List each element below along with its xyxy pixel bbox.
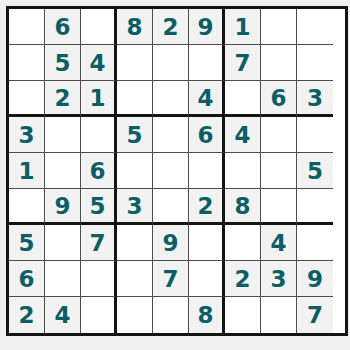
cell-r6c4[interactable]: 3 bbox=[117, 189, 153, 225]
cell-r8c3[interactable] bbox=[81, 261, 117, 297]
cell-r8c7[interactable]: 2 bbox=[225, 261, 261, 297]
cell-r7c4[interactable] bbox=[117, 225, 153, 261]
cell-r7c6[interactable] bbox=[189, 225, 225, 261]
cell-r5c9[interactable]: 5 bbox=[297, 153, 333, 189]
cell-r7c1[interactable]: 5 bbox=[9, 225, 45, 261]
cell-r2c5[interactable] bbox=[153, 45, 189, 81]
cell-r1c4[interactable]: 8 bbox=[117, 9, 153, 45]
cell-r1c5[interactable]: 2 bbox=[153, 9, 189, 45]
cell-r7c2[interactable] bbox=[45, 225, 81, 261]
cell-r6c8[interactable] bbox=[261, 189, 297, 225]
cell-r1c2[interactable]: 6 bbox=[45, 9, 81, 45]
cell-r6c6[interactable]: 2 bbox=[189, 189, 225, 225]
cell-r2c4[interactable] bbox=[117, 45, 153, 81]
cell-r8c4[interactable] bbox=[117, 261, 153, 297]
cell-r4c1[interactable]: 3 bbox=[9, 117, 45, 153]
cell-r2c1[interactable] bbox=[9, 45, 45, 81]
cell-r8c9[interactable]: 9 bbox=[297, 261, 333, 297]
sudoku-page: 68291547214633564165953285794672392487 bbox=[0, 0, 350, 336]
cell-r9c6[interactable]: 8 bbox=[189, 297, 225, 333]
cell-r3c5[interactable] bbox=[153, 81, 189, 117]
cell-r5c2[interactable] bbox=[45, 153, 81, 189]
cell-r9c3[interactable] bbox=[81, 297, 117, 333]
cell-r5c1[interactable]: 1 bbox=[9, 153, 45, 189]
cell-r9c7[interactable] bbox=[225, 297, 261, 333]
cell-r4c4[interactable]: 5 bbox=[117, 117, 153, 153]
cell-r5c6[interactable] bbox=[189, 153, 225, 189]
cell-r4c8[interactable] bbox=[261, 117, 297, 153]
cell-r3c8[interactable]: 6 bbox=[261, 81, 297, 117]
cell-r8c2[interactable] bbox=[45, 261, 81, 297]
cell-r1c8[interactable] bbox=[261, 9, 297, 45]
cell-r2c6[interactable] bbox=[189, 45, 225, 81]
cell-r3c6[interactable]: 4 bbox=[189, 81, 225, 117]
cell-r5c7[interactable] bbox=[225, 153, 261, 189]
cell-r3c9[interactable]: 3 bbox=[297, 81, 333, 117]
cell-r6c3[interactable]: 5 bbox=[81, 189, 117, 225]
cell-r5c8[interactable] bbox=[261, 153, 297, 189]
cell-r1c7[interactable]: 1 bbox=[225, 9, 261, 45]
cell-r9c2[interactable]: 4 bbox=[45, 297, 81, 333]
cell-r9c1[interactable]: 2 bbox=[9, 297, 45, 333]
cell-r8c8[interactable]: 3 bbox=[261, 261, 297, 297]
cell-r1c6[interactable]: 9 bbox=[189, 9, 225, 45]
cell-r5c3[interactable]: 6 bbox=[81, 153, 117, 189]
cell-r2c9[interactable] bbox=[297, 45, 333, 81]
cell-r9c5[interactable] bbox=[153, 297, 189, 333]
cell-r3c1[interactable] bbox=[9, 81, 45, 117]
cell-r6c9[interactable] bbox=[297, 189, 333, 225]
sudoku-board: 68291547214633564165953285794672392487 bbox=[6, 6, 348, 336]
cell-r4c5[interactable] bbox=[153, 117, 189, 153]
cell-r1c3[interactable] bbox=[81, 9, 117, 45]
cell-r8c5[interactable]: 7 bbox=[153, 261, 189, 297]
cell-r8c1[interactable]: 6 bbox=[9, 261, 45, 297]
cell-r7c9[interactable] bbox=[297, 225, 333, 261]
cell-r6c5[interactable] bbox=[153, 189, 189, 225]
cell-r7c5[interactable]: 9 bbox=[153, 225, 189, 261]
cell-r4c2[interactable] bbox=[45, 117, 81, 153]
cell-r1c1[interactable] bbox=[9, 9, 45, 45]
cell-r2c7[interactable]: 7 bbox=[225, 45, 261, 81]
cell-r3c7[interactable] bbox=[225, 81, 261, 117]
cell-r3c2[interactable]: 2 bbox=[45, 81, 81, 117]
cell-r4c9[interactable] bbox=[297, 117, 333, 153]
cell-r3c3[interactable]: 1 bbox=[81, 81, 117, 117]
cell-r8c6[interactable] bbox=[189, 261, 225, 297]
cell-r5c5[interactable] bbox=[153, 153, 189, 189]
cell-r6c2[interactable]: 9 bbox=[45, 189, 81, 225]
cell-r2c2[interactable]: 5 bbox=[45, 45, 81, 81]
cell-r4c7[interactable]: 4 bbox=[225, 117, 261, 153]
cell-r9c8[interactable] bbox=[261, 297, 297, 333]
cell-r4c6[interactable]: 6 bbox=[189, 117, 225, 153]
cell-r2c8[interactable] bbox=[261, 45, 297, 81]
cell-r6c1[interactable] bbox=[9, 189, 45, 225]
cell-r2c3[interactable]: 4 bbox=[81, 45, 117, 81]
cell-r7c8[interactable]: 4 bbox=[261, 225, 297, 261]
cell-r9c4[interactable] bbox=[117, 297, 153, 333]
cell-r9c9[interactable]: 7 bbox=[297, 297, 333, 333]
cell-r7c3[interactable]: 7 bbox=[81, 225, 117, 261]
cell-r3c4[interactable] bbox=[117, 81, 153, 117]
cell-r5c4[interactable] bbox=[117, 153, 153, 189]
cell-r4c3[interactable] bbox=[81, 117, 117, 153]
cell-r1c9[interactable] bbox=[297, 9, 333, 45]
cell-r6c7[interactable]: 8 bbox=[225, 189, 261, 225]
cell-r7c7[interactable] bbox=[225, 225, 261, 261]
